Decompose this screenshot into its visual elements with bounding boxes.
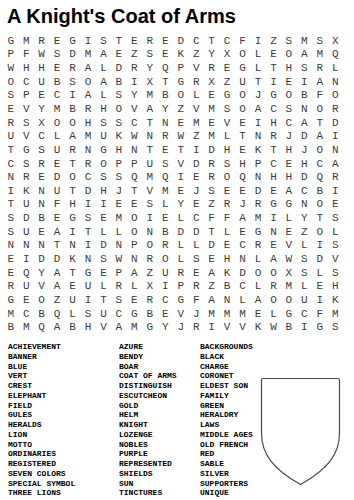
grid-cell: G: [219, 89, 234, 103]
grid-cell: L: [173, 252, 188, 266]
grid-cell: H: [328, 279, 343, 293]
grid-cell: I: [65, 89, 80, 103]
grid-cell: S: [96, 170, 111, 184]
grid-cell: Q: [34, 320, 49, 334]
grid-cell: N: [266, 225, 281, 239]
grid-cell: E: [49, 157, 64, 171]
grid-cell: U: [96, 307, 111, 321]
grid-cell: T: [266, 61, 281, 75]
grid-cell: G: [3, 34, 18, 48]
grid-cell: S: [3, 89, 18, 103]
grid-cell: M: [281, 279, 296, 293]
grid-cell: E: [127, 293, 142, 307]
grid-cell: S: [281, 102, 296, 116]
grid-cell: U: [18, 279, 33, 293]
grid-cell: Y: [34, 102, 49, 116]
word-list-item: ACHIEVEMENT: [8, 342, 75, 352]
grid-cell: L: [297, 239, 312, 253]
grid-cell: H: [65, 198, 80, 212]
word-list-item: SHIELDS: [119, 469, 177, 479]
grid-cell: M: [49, 102, 64, 116]
grid-cell: R: [188, 320, 203, 334]
grid-cell: P: [127, 239, 142, 253]
grid-cell: T: [65, 184, 80, 198]
grid-cell: B: [281, 320, 296, 334]
grid-cell: I: [266, 75, 281, 89]
grid-cell: S: [96, 116, 111, 130]
grid-cell: Q: [328, 48, 343, 62]
grid-cell: O: [219, 170, 234, 184]
grid-cell: E: [188, 266, 203, 280]
grid-cell: E: [158, 143, 173, 157]
grid-cell: T: [312, 211, 327, 225]
grid-cell: N: [65, 239, 80, 253]
grid-cell: R: [328, 102, 343, 116]
word-list-item: FAMILY: [200, 391, 253, 401]
word-list-item: AZURE: [119, 342, 177, 352]
grid-cell: G: [3, 293, 18, 307]
grid-cell: G: [281, 307, 296, 321]
grid-cell: I: [80, 34, 95, 48]
grid-cell: C: [312, 157, 327, 171]
grid-cell: T: [96, 293, 111, 307]
grid-cell: U: [3, 129, 18, 143]
grid-cell: S: [204, 184, 219, 198]
grid-cell: S: [328, 239, 343, 253]
grid-cell: D: [204, 143, 219, 157]
word-list-column: BACKGROUNDSBLACKCHARGECORONETELDEST SONF…: [200, 342, 253, 498]
grid-cell: V: [96, 320, 111, 334]
grid-cell: M: [297, 34, 312, 48]
grid-cell: E: [312, 279, 327, 293]
grid-cell: C: [297, 307, 312, 321]
grid-cell: E: [281, 75, 296, 89]
grid-cell: S: [111, 170, 126, 184]
grid-cell: X: [204, 75, 219, 89]
grid-cell: G: [80, 266, 95, 280]
grid-cell: E: [49, 61, 64, 75]
grid-cell: K: [18, 184, 33, 198]
word-list-item: REPRESENTED: [119, 459, 177, 469]
grid-cell: O: [281, 48, 296, 62]
grid-cell: C: [281, 116, 296, 130]
grid-cell: B: [65, 320, 80, 334]
grid-cell: L: [297, 279, 312, 293]
grid-cell: O: [111, 102, 126, 116]
grid-cell: R: [312, 61, 327, 75]
grid-cell: A: [49, 279, 64, 293]
grid-cell: K: [328, 293, 343, 307]
grid-cell: O: [250, 266, 265, 280]
grid-cell: H: [111, 143, 126, 157]
grid-cell: Z: [49, 293, 64, 307]
grid-cell: D: [297, 129, 312, 143]
grid-cell: I: [158, 279, 173, 293]
grid-cell: D: [65, 48, 80, 62]
grid-cell: O: [281, 89, 296, 103]
grid-cell: A: [204, 266, 219, 280]
grid-cell: S: [219, 157, 234, 171]
grid-cell: S: [49, 48, 64, 62]
grid-cell: S: [142, 198, 157, 212]
grid-cell: O: [235, 48, 250, 62]
grid-cell: M: [80, 48, 95, 62]
grid-cell: E: [173, 116, 188, 130]
grid-cell: O: [235, 102, 250, 116]
grid-cell: S: [65, 75, 80, 89]
grid-cell: P: [111, 157, 126, 171]
grid-cell: Y: [34, 266, 49, 280]
grid-cell: R: [204, 170, 219, 184]
worksheet-page: A Knight's Coat of Arms GMREGISTEREDCTCF…: [0, 0, 354, 500]
grid-cell: R: [65, 61, 80, 75]
grid-cell: M: [18, 34, 33, 48]
word-list-item: COAT OF ARMS: [119, 371, 177, 381]
grid-cell: Y: [173, 198, 188, 212]
word-list-item: BLUE: [8, 362, 75, 372]
grid-cell: E: [34, 89, 49, 103]
grid-cell: I: [297, 320, 312, 334]
grid-cell: K: [250, 320, 265, 334]
grid-cell: T: [3, 198, 18, 212]
grid-cell: T: [250, 75, 265, 89]
grid-cell: H: [96, 184, 111, 198]
grid-cell: N: [34, 239, 49, 253]
grid-cell: M: [80, 129, 95, 143]
grid-cell: R: [3, 279, 18, 293]
grid-cell: I: [312, 293, 327, 307]
grid-cell: Y: [158, 320, 173, 334]
grid-cell: A: [127, 266, 142, 280]
grid-cell: C: [297, 184, 312, 198]
grid-cell: I: [3, 184, 18, 198]
grid-cell: O: [96, 157, 111, 171]
grid-cell: M: [204, 307, 219, 321]
grid-cell: A: [49, 320, 64, 334]
word-list-item: SUPPORTERS: [200, 479, 253, 489]
grid-cell: E: [49, 211, 64, 225]
word-list-item: LOZENGE: [119, 430, 177, 440]
grid-cell: S: [96, 34, 111, 48]
grid-cell: E: [188, 170, 203, 184]
grid-cell: L: [312, 266, 327, 280]
grid-cell: J: [297, 143, 312, 157]
grid-cell: D: [34, 252, 49, 266]
grid-cell: I: [65, 225, 80, 239]
grid-cell: D: [204, 239, 219, 253]
grid-cell: B: [312, 184, 327, 198]
grid-cell: S: [328, 211, 343, 225]
grid-cell: O: [127, 225, 142, 239]
grid-cell: D: [328, 116, 343, 130]
grid-cell: E: [65, 279, 80, 293]
grid-cell: H: [297, 157, 312, 171]
word-list-item: GULES: [8, 410, 75, 420]
grid-cell: D: [250, 184, 265, 198]
word-list-item: SUN: [119, 479, 177, 489]
word-list-item: KNIGHT: [119, 420, 177, 430]
grid-cell: P: [173, 279, 188, 293]
grid-cell: M: [204, 102, 219, 116]
grid-cell: L: [219, 225, 234, 239]
grid-cell: U: [80, 279, 95, 293]
word-list-item: RED: [200, 449, 253, 459]
grid-cell: J: [235, 198, 250, 212]
grid-cell: L: [250, 279, 265, 293]
grid-cell: G: [281, 198, 296, 212]
grid-cell: E: [158, 34, 173, 48]
grid-cell: O: [142, 239, 157, 253]
grid-cell: F: [312, 307, 327, 321]
grid-cell: A: [281, 184, 296, 198]
grid-cell: C: [219, 34, 234, 48]
grid-cell: L: [328, 225, 343, 239]
grid-cell: R: [34, 34, 49, 48]
grid-cell: N: [297, 198, 312, 212]
grid-cell: S: [281, 34, 296, 48]
grid-cell: R: [173, 266, 188, 280]
grid-cell: G: [173, 293, 188, 307]
grid-cell: I: [328, 184, 343, 198]
grid-cell: Y: [204, 48, 219, 62]
grid-cell: M: [312, 48, 327, 62]
grid-cell: R: [158, 129, 173, 143]
grid-cell: M: [235, 307, 250, 321]
grid-cell: G: [142, 320, 157, 334]
grid-cell: A: [250, 293, 265, 307]
grid-cell: C: [188, 34, 203, 48]
grid-cell: G: [312, 320, 327, 334]
grid-cell: M: [158, 184, 173, 198]
grid-cell: A: [142, 102, 157, 116]
grid-cell: F: [49, 198, 64, 212]
grid-cell: A: [297, 116, 312, 130]
grid-cell: Y: [127, 89, 142, 103]
word-list-item: BLACK: [200, 352, 253, 362]
grid-cell: O: [158, 252, 173, 266]
grid-cell: R: [158, 239, 173, 253]
grid-cell: S: [328, 320, 343, 334]
grid-cell: U: [49, 184, 64, 198]
grid-cell: L: [250, 48, 265, 62]
grid-cell: E: [266, 184, 281, 198]
grid-cell: R: [219, 198, 234, 212]
grid-cell: L: [250, 252, 265, 266]
grid-cell: A: [297, 48, 312, 62]
grid-cell: E: [219, 239, 234, 253]
grid-cell: V: [219, 116, 234, 130]
grid-cell: R: [80, 102, 95, 116]
grid-cell: A: [204, 293, 219, 307]
grid-cell: P: [250, 157, 265, 171]
grid-cell: E: [235, 143, 250, 157]
grid-cell: D: [173, 34, 188, 48]
grid-cell: C: [188, 211, 203, 225]
grid-cell: S: [111, 116, 126, 130]
grid-cell: Z: [219, 75, 234, 89]
grid-cell: Q: [158, 170, 173, 184]
grid-cell: X: [281, 266, 296, 280]
grid-cell: N: [18, 239, 33, 253]
grid-cell: N: [250, 129, 265, 143]
grid-cell: O: [127, 211, 142, 225]
grid-cell: Z: [297, 225, 312, 239]
grid-cell: J: [111, 184, 126, 198]
word-list-item: UNIQUE: [200, 488, 253, 498]
grid-cell: G: [65, 34, 80, 48]
grid-cell: T: [266, 143, 281, 157]
grid-cell: W: [34, 48, 49, 62]
grid-cell: H: [266, 170, 281, 184]
grid-cell: Q: [312, 170, 327, 184]
grid-cell: I: [266, 211, 281, 225]
grid-cell: K: [65, 252, 80, 266]
word-search-grid: GMREGISTEREDCTCFIZSMSXPFWSDMAEZSEKZYXOLE…: [3, 34, 343, 334]
grid-cell: G: [235, 61, 250, 75]
grid-cell: M: [188, 116, 203, 130]
word-list-item: MOTTO: [8, 440, 75, 450]
grid-cell: D: [18, 211, 33, 225]
word-list-item: CORONET: [200, 371, 253, 381]
grid-cell: E: [204, 252, 219, 266]
grid-cell: R: [266, 279, 281, 293]
grid-cell: O: [312, 143, 327, 157]
word-list-item: SPECIAL SYMBOL: [8, 479, 75, 489]
grid-cell: Q: [235, 170, 250, 184]
grid-cell: E: [266, 48, 281, 62]
grid-cell: L: [250, 61, 265, 75]
word-list-item: BENDY: [119, 352, 177, 362]
grid-cell: I: [250, 116, 265, 130]
word-list-item: NOBLES: [119, 440, 177, 450]
grid-cell: E: [34, 170, 49, 184]
grid-cell: B: [34, 211, 49, 225]
grid-cell: E: [111, 48, 126, 62]
grid-cell: G: [127, 307, 142, 321]
word-list-item: FIELD: [8, 401, 75, 411]
word-list-item: SABLE: [200, 459, 253, 469]
grid-cell: N: [328, 143, 343, 157]
grid-cell: E: [235, 184, 250, 198]
grid-cell: C: [266, 157, 281, 171]
grid-cell: X: [142, 279, 157, 293]
grid-cell: R: [80, 157, 95, 171]
grid-cell: T: [142, 116, 157, 130]
grid-cell: L: [266, 307, 281, 321]
word-list-item: CREST: [8, 381, 75, 391]
grid-cell: S: [219, 102, 234, 116]
grid-cell: F: [204, 211, 219, 225]
grid-cell: R: [111, 279, 126, 293]
grid-cell: R: [204, 61, 219, 75]
word-list-item: GOLD: [119, 401, 177, 411]
grid-cell: Z: [266, 34, 281, 48]
grid-cell: A: [250, 102, 265, 116]
grid-cell: V: [18, 129, 33, 143]
grid-cell: O: [312, 225, 327, 239]
grid-cell: H: [235, 157, 250, 171]
grid-cell: R: [127, 61, 142, 75]
grid-cell: N: [235, 252, 250, 266]
grid-cell: A: [111, 320, 126, 334]
grid-cell: L: [158, 198, 173, 212]
grid-cell: E: [219, 61, 234, 75]
grid-cell: E: [158, 211, 173, 225]
grid-cell: P: [111, 266, 126, 280]
word-list-item: BOAR: [119, 362, 177, 372]
grid-cell: A: [80, 61, 95, 75]
grid-cell: V: [18, 102, 33, 116]
grid-cell: E: [127, 34, 142, 48]
grid-cell: L: [219, 129, 234, 143]
grid-cell: R: [142, 252, 157, 266]
grid-cell: S: [80, 307, 95, 321]
grid-cell: T: [204, 225, 219, 239]
grid-cell: T: [65, 266, 80, 280]
grid-cell: H: [281, 170, 296, 184]
grid-cell: O: [312, 198, 327, 212]
shield-path: [262, 379, 340, 485]
grid-cell: U: [142, 157, 157, 171]
grid-cell: C: [235, 279, 250, 293]
grid-cell: O: [65, 116, 80, 130]
grid-cell: N: [3, 170, 18, 184]
grid-cell: O: [266, 293, 281, 307]
grid-cell: D: [49, 170, 64, 184]
grid-cell: H: [80, 116, 95, 130]
grid-cell: D: [173, 225, 188, 239]
grid-cell: T: [235, 129, 250, 143]
grid-cell: X: [142, 75, 157, 89]
grid-cell: U: [235, 75, 250, 89]
grid-cell: R: [3, 116, 18, 130]
grid-cell: T: [80, 225, 95, 239]
grid-cell: H: [219, 252, 234, 266]
grid-cell: U: [297, 293, 312, 307]
grid-cell: O: [173, 89, 188, 103]
grid-cell: H: [219, 143, 234, 157]
grid-cell: T: [127, 184, 142, 198]
grid-cell: W: [266, 320, 281, 334]
grid-cell: T: [142, 143, 157, 157]
grid-cell: N: [34, 198, 49, 212]
grid-cell: N: [127, 252, 142, 266]
grid-cell: O: [266, 266, 281, 280]
grid-cell: S: [34, 143, 49, 157]
grid-cell: R: [188, 279, 203, 293]
word-list-item: TINCTURES: [119, 488, 177, 498]
grid-cell: O: [65, 170, 80, 184]
grid-cell: A: [65, 129, 80, 143]
grid-cell: X: [219, 48, 234, 62]
grid-cell: G: [96, 143, 111, 157]
grid-cell: L: [188, 89, 203, 103]
grid-cell: Y: [142, 61, 157, 75]
grid-cell: N: [80, 252, 95, 266]
grid-cell: T: [173, 143, 188, 157]
word-list-item: ESCUTCHEON: [119, 391, 177, 401]
word-list-item: ELDEST SON: [200, 381, 253, 391]
grid-cell: P: [18, 89, 33, 103]
word-list-item: VERT: [8, 371, 75, 381]
grid-cell: O: [80, 75, 95, 89]
grid-cell: G: [266, 198, 281, 212]
grid-cell: C: [34, 129, 49, 143]
grid-cell: E: [18, 293, 33, 307]
grid-cell: E: [204, 116, 219, 130]
grid-cell: A: [312, 75, 327, 89]
word-list-item: OLD FRENCH: [200, 440, 253, 450]
